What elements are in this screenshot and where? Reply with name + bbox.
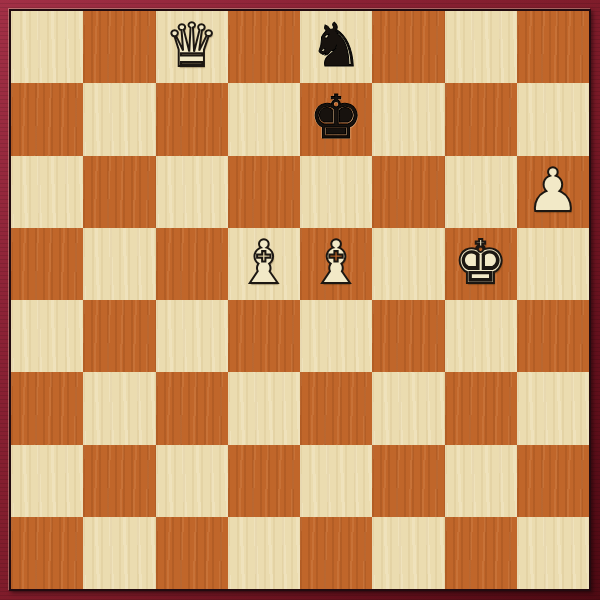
square-h6[interactable]: ♟ — [517, 156, 589, 228]
piece-white-bishop-e5[interactable]: ♝ — [309, 232, 363, 292]
square-f6[interactable] — [372, 156, 444, 228]
piece-white-queen-c8[interactable]: ♛ — [165, 15, 219, 75]
piece-white-king-g5[interactable]: ♚ — [454, 232, 508, 292]
square-c3[interactable] — [156, 372, 228, 444]
square-a1[interactable] — [11, 517, 83, 589]
square-f1[interactable] — [372, 517, 444, 589]
square-d3[interactable] — [228, 372, 300, 444]
square-d6[interactable] — [228, 156, 300, 228]
square-h3[interactable] — [517, 372, 589, 444]
square-h5[interactable] — [517, 228, 589, 300]
square-c1[interactable] — [156, 517, 228, 589]
square-e4[interactable] — [300, 300, 372, 372]
square-g7[interactable] — [445, 83, 517, 155]
square-f5[interactable] — [372, 228, 444, 300]
square-f2[interactable] — [372, 445, 444, 517]
square-d7[interactable] — [228, 83, 300, 155]
square-g5[interactable]: ♚ — [445, 228, 517, 300]
square-h8[interactable] — [517, 11, 589, 83]
piece-white-bishop-d5[interactable]: ♝ — [237, 232, 291, 292]
square-b6[interactable] — [83, 156, 155, 228]
square-b3[interactable] — [83, 372, 155, 444]
square-g3[interactable] — [445, 372, 517, 444]
piece-white-pawn-h6[interactable]: ♟ — [526, 160, 580, 220]
square-a8[interactable] — [11, 11, 83, 83]
square-a7[interactable] — [11, 83, 83, 155]
square-e8[interactable]: ♞ — [300, 11, 372, 83]
square-b8[interactable] — [83, 11, 155, 83]
square-f3[interactable] — [372, 372, 444, 444]
square-a3[interactable] — [11, 372, 83, 444]
square-e5[interactable]: ♝ — [300, 228, 372, 300]
square-h4[interactable] — [517, 300, 589, 372]
square-e3[interactable] — [300, 372, 372, 444]
square-h2[interactable] — [517, 445, 589, 517]
square-c6[interactable] — [156, 156, 228, 228]
square-d8[interactable] — [228, 11, 300, 83]
square-e6[interactable] — [300, 156, 372, 228]
square-b4[interactable] — [83, 300, 155, 372]
square-f7[interactable] — [372, 83, 444, 155]
square-g1[interactable] — [445, 517, 517, 589]
square-a4[interactable] — [11, 300, 83, 372]
square-e1[interactable] — [300, 517, 372, 589]
square-g6[interactable] — [445, 156, 517, 228]
square-a5[interactable] — [11, 228, 83, 300]
square-b2[interactable] — [83, 445, 155, 517]
square-g4[interactable] — [445, 300, 517, 372]
square-b5[interactable] — [83, 228, 155, 300]
square-d4[interactable] — [228, 300, 300, 372]
square-b1[interactable] — [83, 517, 155, 589]
square-d5[interactable]: ♝ — [228, 228, 300, 300]
square-h7[interactable] — [517, 83, 589, 155]
square-h1[interactable] — [517, 517, 589, 589]
square-c2[interactable] — [156, 445, 228, 517]
square-g2[interactable] — [445, 445, 517, 517]
square-a6[interactable] — [11, 156, 83, 228]
chess-board: ♛♞♚♟♝♝♚ — [9, 9, 591, 591]
square-f4[interactable] — [372, 300, 444, 372]
square-c8[interactable]: ♛ — [156, 11, 228, 83]
square-f8[interactable] — [372, 11, 444, 83]
square-c7[interactable] — [156, 83, 228, 155]
square-c4[interactable] — [156, 300, 228, 372]
square-d1[interactable] — [228, 517, 300, 589]
square-e2[interactable] — [300, 445, 372, 517]
square-d2[interactable] — [228, 445, 300, 517]
piece-black-knight-e8[interactable]: ♞ — [309, 15, 363, 75]
square-a2[interactable] — [11, 445, 83, 517]
board-frame: ♛♞♚♟♝♝♚ — [0, 0, 600, 600]
piece-black-king-e7[interactable]: ♚ — [309, 87, 363, 147]
square-b7[interactable] — [83, 83, 155, 155]
square-g8[interactable] — [445, 11, 517, 83]
square-c5[interactable] — [156, 228, 228, 300]
square-e7[interactable]: ♚ — [300, 83, 372, 155]
